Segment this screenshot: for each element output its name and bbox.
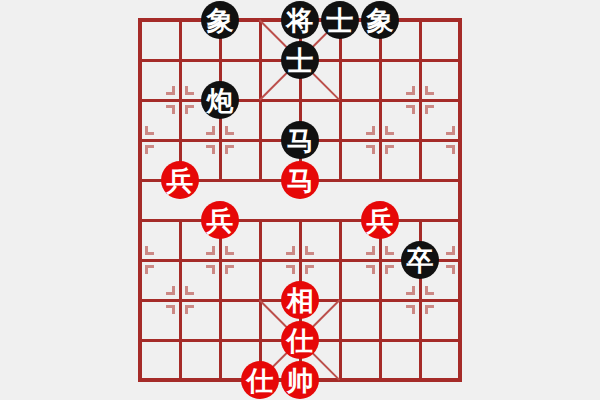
piece-black-general[interactable]: 将 [281, 1, 319, 39]
piece-black-advisor[interactable]: 士 [281, 41, 319, 79]
piece-red-advisor[interactable]: 仕 [281, 321, 319, 359]
piece-red-horse[interactable]: 马 [281, 161, 319, 199]
piece-black-soldier[interactable]: 卒 [401, 241, 439, 279]
piece-red-soldier[interactable]: 兵 [361, 201, 399, 239]
piece-red-soldier[interactable]: 兵 [161, 161, 199, 199]
piece-black-horse[interactable]: 马 [281, 121, 319, 159]
piece-red-advisor[interactable]: 仕 [241, 361, 279, 399]
piece-red-soldier[interactable]: 兵 [201, 201, 239, 239]
piece-red-elephant[interactable]: 相 [281, 281, 319, 319]
xiangqi-board: 象将士象士炮马兵马兵兵卒相仕仕帅 [120, 0, 480, 400]
xiangqi-app: 象将士象士炮马兵马兵兵卒相仕仕帅 [0, 0, 600, 400]
piece-black-cannon[interactable]: 炮 [201, 81, 239, 119]
piece-red-general[interactable]: 帅 [281, 361, 319, 399]
piece-black-elephant[interactable]: 象 [201, 1, 239, 39]
piece-black-advisor[interactable]: 士 [321, 1, 359, 39]
piece-black-elephant[interactable]: 象 [361, 1, 399, 39]
